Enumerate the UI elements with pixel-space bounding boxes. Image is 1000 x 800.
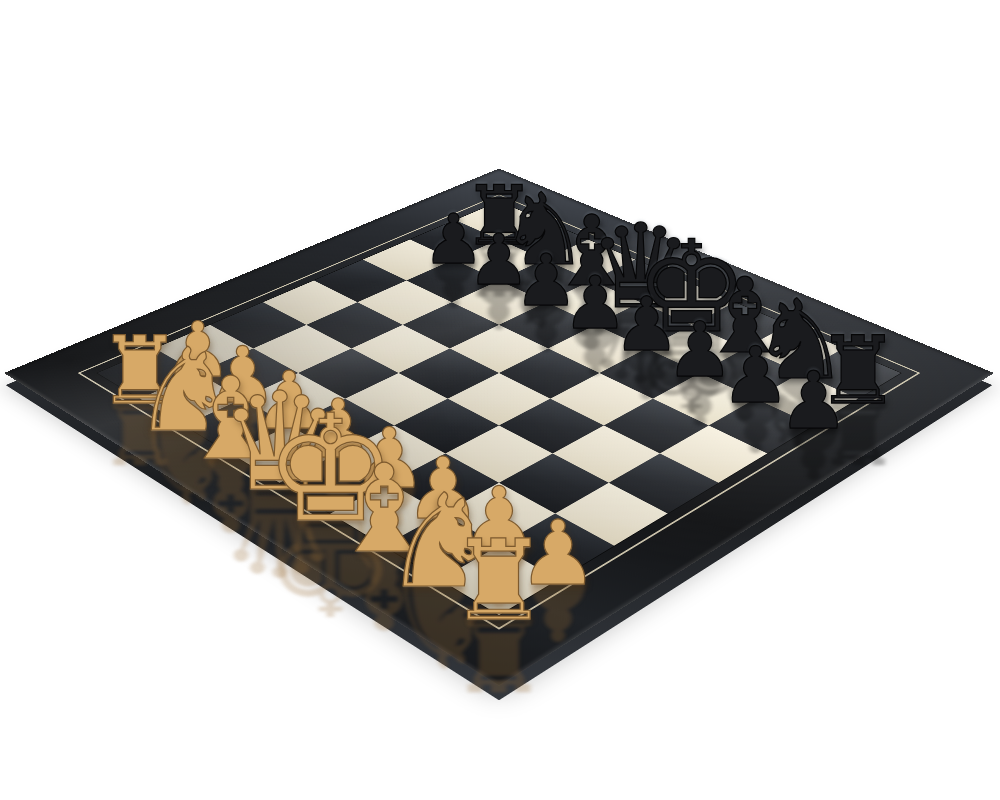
scene: ♜♜♞♞♝♝♛♛♚♚♝♝♞♞♜♜♟♟♟♟♟♟♟♟♟♟♟♟♟♟♟♟♟♟♟♟♟♟♟♟… (0, 0, 1000, 800)
chessboard (4, 168, 994, 686)
playing-area (97, 201, 900, 615)
